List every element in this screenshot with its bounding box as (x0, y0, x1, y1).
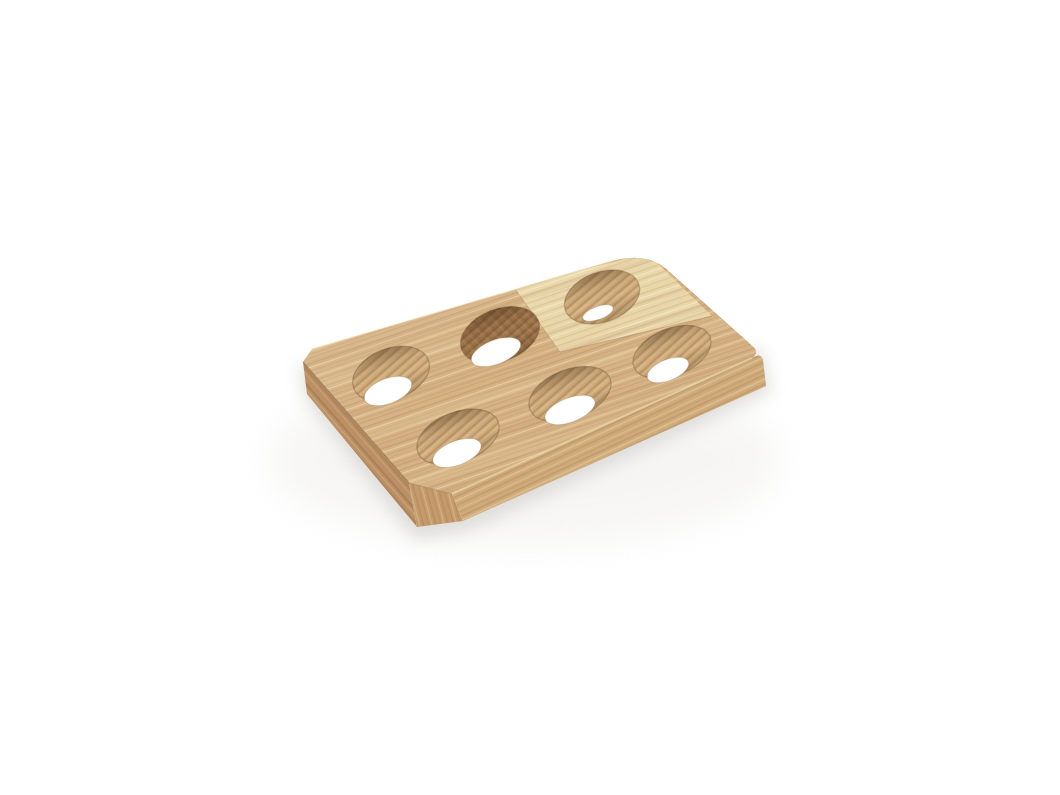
photo-canvas (0, 0, 1060, 795)
product-photo (0, 0, 1060, 795)
